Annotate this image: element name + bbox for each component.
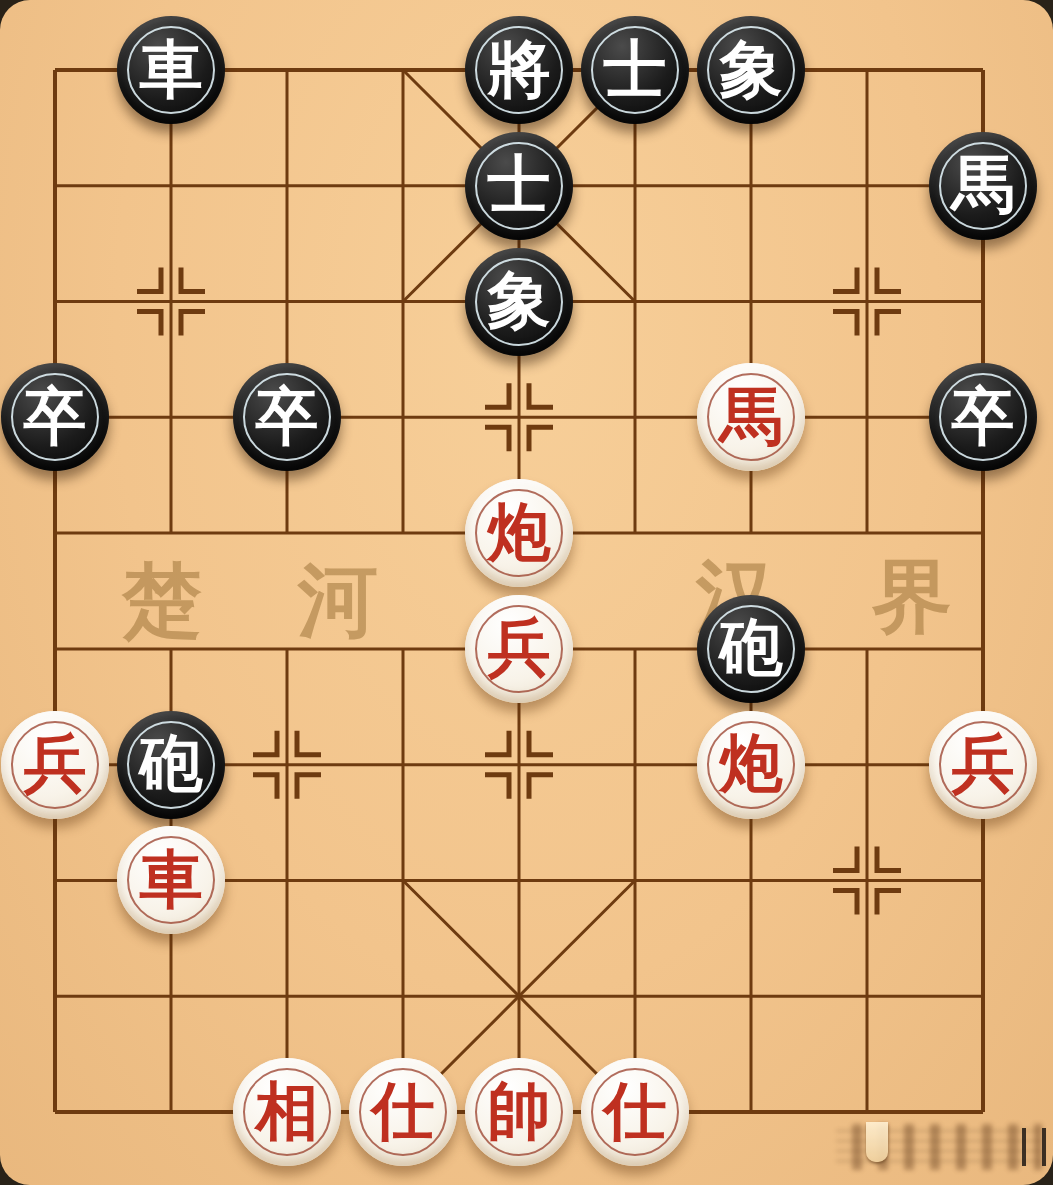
pieces-layer: 車將士象士馬象卒卒馬卒炮兵砲兵砲炮兵車相仕帥仕 bbox=[0, 0, 1053, 1185]
piece-red-advisor-f10[interactable]: 仕 bbox=[581, 1058, 689, 1166]
piece-black-cannon-g6[interactable]: 砲 bbox=[697, 595, 805, 703]
piece-black-elephant-e3[interactable]: 象 bbox=[465, 248, 573, 356]
piece-red-chariot-b8[interactable]: 車 bbox=[117, 826, 225, 934]
piece-black-soldier-i4[interactable]: 卒 bbox=[929, 363, 1037, 471]
piece-glyph: 仕 bbox=[372, 1080, 435, 1143]
piece-black-cannon-b7[interactable]: 砲 bbox=[117, 711, 225, 819]
piece-red-general-e10[interactable]: 帥 bbox=[465, 1058, 573, 1166]
piece-red-soldier-i7[interactable]: 兵 bbox=[929, 711, 1037, 819]
piece-black-elephant-g1[interactable]: 象 bbox=[697, 16, 805, 124]
piece-black-soldier-c4[interactable]: 卒 bbox=[233, 363, 341, 471]
blurred-watermark-glyph bbox=[1022, 1128, 1046, 1166]
piece-glyph: 兵 bbox=[24, 732, 87, 795]
piece-glyph: 士 bbox=[488, 153, 551, 216]
piece-black-soldier-a4[interactable]: 卒 bbox=[1, 363, 109, 471]
piece-red-soldier-e6[interactable]: 兵 bbox=[465, 595, 573, 703]
piece-red-cannon-e5[interactable]: 炮 bbox=[465, 479, 573, 587]
piece-glyph: 卒 bbox=[256, 385, 319, 448]
piece-black-general-e1[interactable]: 將 bbox=[465, 16, 573, 124]
piece-glyph: 帥 bbox=[488, 1080, 551, 1143]
piece-glyph: 仕 bbox=[604, 1080, 667, 1143]
piece-black-horse-i2[interactable]: 馬 bbox=[929, 132, 1037, 240]
piece-glyph: 卒 bbox=[24, 385, 87, 448]
piece-black-advisor-e2[interactable]: 士 bbox=[465, 132, 573, 240]
piece-black-advisor-f1[interactable]: 士 bbox=[581, 16, 689, 124]
piece-red-soldier-a7[interactable]: 兵 bbox=[1, 711, 109, 819]
piece-glyph: 馬 bbox=[720, 385, 783, 448]
piece-glyph: 象 bbox=[720, 38, 783, 101]
piece-red-advisor-d10[interactable]: 仕 bbox=[349, 1058, 457, 1166]
piece-glyph: 兵 bbox=[488, 616, 551, 679]
piece-glyph: 相 bbox=[256, 1080, 319, 1143]
piece-red-elephant-c10[interactable]: 相 bbox=[233, 1058, 341, 1166]
piece-glyph: 兵 bbox=[952, 732, 1015, 795]
piece-glyph: 車 bbox=[140, 848, 203, 911]
piece-glyph: 砲 bbox=[140, 732, 203, 795]
piece-glyph: 士 bbox=[604, 38, 667, 101]
piece-glyph: 砲 bbox=[720, 616, 783, 679]
piece-glyph: 炮 bbox=[488, 501, 551, 564]
piece-glyph: 車 bbox=[140, 38, 203, 101]
piece-red-cannon-g7[interactable]: 炮 bbox=[697, 711, 805, 819]
xiangqi-board-panel[interactable]: 楚 河 汉 界 車將士象士馬象卒卒馬卒炮兵砲兵砲炮兵車相仕帥仕 bbox=[0, 0, 1053, 1185]
piece-glyph: 炮 bbox=[720, 732, 783, 795]
piece-glyph: 卒 bbox=[952, 385, 1015, 448]
piece-red-horse-g4[interactable]: 馬 bbox=[697, 363, 805, 471]
piece-glyph: 馬 bbox=[952, 153, 1015, 216]
piece-glyph: 象 bbox=[488, 269, 551, 332]
piece-glyph: 將 bbox=[488, 38, 551, 101]
piece-black-chariot-b1[interactable]: 車 bbox=[117, 16, 225, 124]
blurred-watermark-highlight bbox=[866, 1122, 888, 1162]
